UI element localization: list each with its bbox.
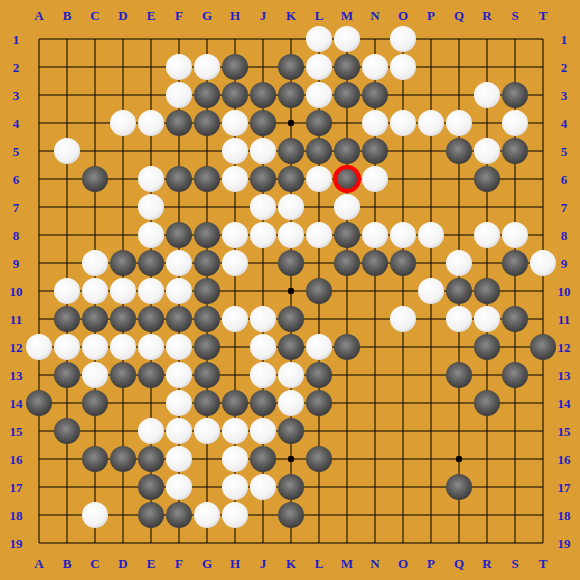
stone-white-F3 bbox=[166, 82, 192, 108]
stone-black-L10 bbox=[306, 278, 332, 304]
column-label-top: D bbox=[118, 8, 127, 23]
stone-white-H11 bbox=[222, 306, 248, 332]
stone-white-O8 bbox=[390, 222, 416, 248]
star-point bbox=[456, 456, 462, 462]
stone-black-G14 bbox=[194, 390, 220, 416]
stone-white-T9 bbox=[530, 250, 556, 276]
column-label-bottom: A bbox=[34, 556, 44, 571]
stone-black-H14 bbox=[222, 390, 248, 416]
stone-black-M5 bbox=[334, 138, 360, 164]
stone-white-K13 bbox=[278, 362, 304, 388]
stone-black-H3 bbox=[222, 82, 248, 108]
stone-black-K17 bbox=[278, 474, 304, 500]
row-label-left: 11 bbox=[10, 312, 22, 327]
go-board[interactable]: AA11BB22CC33DD44EE55FF66GG77HH88JJ99KK10… bbox=[0, 0, 580, 580]
row-label-left: 1 bbox=[13, 32, 20, 47]
go-board-app: AA11BB22CC33DD44EE55FF66GG77HH88JJ99KK10… bbox=[0, 0, 580, 580]
stone-white-O1 bbox=[390, 26, 416, 52]
stone-black-C11 bbox=[82, 306, 108, 332]
stone-white-O4 bbox=[390, 110, 416, 136]
stone-black-K18 bbox=[278, 502, 304, 528]
row-label-right: 11 bbox=[558, 312, 570, 327]
stone-black-B13 bbox=[54, 362, 80, 388]
column-label-bottom: T bbox=[539, 556, 548, 571]
stone-black-F11 bbox=[166, 306, 192, 332]
stone-white-J12 bbox=[250, 334, 276, 360]
stone-black-G3 bbox=[194, 82, 220, 108]
stone-black-S11 bbox=[502, 306, 528, 332]
row-label-left: 13 bbox=[10, 368, 24, 383]
stone-white-F17 bbox=[166, 474, 192, 500]
stone-black-M12 bbox=[334, 334, 360, 360]
stone-black-C6 bbox=[82, 166, 108, 192]
stone-white-C13 bbox=[82, 362, 108, 388]
row-label-right: 6 bbox=[561, 172, 568, 187]
stone-white-L3 bbox=[306, 82, 332, 108]
column-label-top: H bbox=[230, 8, 240, 23]
column-label-bottom: M bbox=[341, 556, 353, 571]
stone-white-L6 bbox=[306, 166, 332, 192]
column-label-top: M bbox=[341, 8, 353, 23]
stone-white-L12 bbox=[306, 334, 332, 360]
column-label-top: E bbox=[147, 8, 156, 23]
stone-white-C12 bbox=[82, 334, 108, 360]
stone-white-P10 bbox=[418, 278, 444, 304]
stone-black-D13 bbox=[110, 362, 136, 388]
stone-white-H4 bbox=[222, 110, 248, 136]
stone-black-E11 bbox=[138, 306, 164, 332]
column-label-top: P bbox=[427, 8, 435, 23]
stone-black-K9 bbox=[278, 250, 304, 276]
stone-white-F14 bbox=[166, 390, 192, 416]
stone-white-Q9 bbox=[446, 250, 472, 276]
star-point bbox=[288, 288, 294, 294]
row-label-right: 7 bbox=[561, 200, 568, 215]
stone-white-E12 bbox=[138, 334, 164, 360]
stone-white-N4 bbox=[362, 110, 388, 136]
stone-black-K12 bbox=[278, 334, 304, 360]
column-label-bottom: J bbox=[260, 556, 267, 571]
stone-white-H6 bbox=[222, 166, 248, 192]
stone-black-S13 bbox=[502, 362, 528, 388]
column-label-top: O bbox=[398, 8, 408, 23]
stone-white-F2 bbox=[166, 54, 192, 80]
stone-white-D12 bbox=[110, 334, 136, 360]
column-label-bottom: R bbox=[482, 556, 492, 571]
column-label-bottom: B bbox=[63, 556, 72, 571]
stone-black-G12 bbox=[194, 334, 220, 360]
row-label-right: 2 bbox=[561, 60, 568, 75]
row-label-right: 19 bbox=[558, 536, 572, 551]
stone-black-F6 bbox=[166, 166, 192, 192]
stone-black-T12 bbox=[530, 334, 556, 360]
stone-white-B12 bbox=[54, 334, 80, 360]
stone-white-E7 bbox=[138, 194, 164, 220]
stone-black-J4 bbox=[250, 110, 276, 136]
row-label-right: 3 bbox=[561, 88, 568, 103]
row-label-left: 15 bbox=[10, 424, 24, 439]
stone-black-G10 bbox=[194, 278, 220, 304]
stone-white-G18 bbox=[194, 502, 220, 528]
row-label-right: 12 bbox=[558, 340, 571, 355]
stone-black-E18 bbox=[138, 502, 164, 528]
stone-black-D16 bbox=[110, 446, 136, 472]
row-label-left: 4 bbox=[13, 116, 20, 131]
column-label-bottom: S bbox=[511, 556, 518, 571]
stone-black-R6 bbox=[474, 166, 500, 192]
stone-white-O2 bbox=[390, 54, 416, 80]
stone-white-S8 bbox=[502, 222, 528, 248]
stone-white-K7 bbox=[278, 194, 304, 220]
stone-black-G11 bbox=[194, 306, 220, 332]
stone-black-F8 bbox=[166, 222, 192, 248]
stone-black-E17 bbox=[138, 474, 164, 500]
column-label-bottom: E bbox=[147, 556, 156, 571]
row-label-left: 3 bbox=[13, 88, 20, 103]
star-point bbox=[288, 456, 294, 462]
stone-black-B15 bbox=[54, 418, 80, 444]
stone-black-N9 bbox=[362, 250, 388, 276]
stone-white-A12 bbox=[26, 334, 52, 360]
stone-black-S5 bbox=[502, 138, 528, 164]
stone-black-G9 bbox=[194, 250, 220, 276]
stone-white-F13 bbox=[166, 362, 192, 388]
row-label-right: 5 bbox=[561, 144, 568, 159]
stone-white-J11 bbox=[250, 306, 276, 332]
column-label-top: J bbox=[260, 8, 267, 23]
stone-black-M2 bbox=[334, 54, 360, 80]
column-label-bottom: H bbox=[230, 556, 240, 571]
stone-black-L5 bbox=[306, 138, 332, 164]
stone-white-H5 bbox=[222, 138, 248, 164]
stone-white-R5 bbox=[474, 138, 500, 164]
stone-black-R12 bbox=[474, 334, 500, 360]
stone-black-M9 bbox=[334, 250, 360, 276]
stone-white-S4 bbox=[502, 110, 528, 136]
stone-white-F12 bbox=[166, 334, 192, 360]
star-point bbox=[288, 120, 294, 126]
row-label-left: 6 bbox=[13, 172, 20, 187]
stone-white-R3 bbox=[474, 82, 500, 108]
stone-black-S9 bbox=[502, 250, 528, 276]
stone-white-F10 bbox=[166, 278, 192, 304]
row-label-right: 4 bbox=[561, 116, 568, 131]
row-label-left: 12 bbox=[10, 340, 23, 355]
stone-white-H9 bbox=[222, 250, 248, 276]
stone-white-J13 bbox=[250, 362, 276, 388]
stone-black-L16 bbox=[306, 446, 332, 472]
stone-white-P4 bbox=[418, 110, 444, 136]
row-label-left: 19 bbox=[10, 536, 24, 551]
column-label-top: L bbox=[315, 8, 324, 23]
stone-black-K15 bbox=[278, 418, 304, 444]
stone-white-J8 bbox=[250, 222, 276, 248]
stone-black-K5 bbox=[278, 138, 304, 164]
row-label-right: 16 bbox=[558, 452, 572, 467]
stone-white-L1 bbox=[306, 26, 332, 52]
stone-black-Q10 bbox=[446, 278, 472, 304]
row-label-left: 7 bbox=[13, 200, 20, 215]
column-label-bottom: L bbox=[315, 556, 324, 571]
stone-white-Q11 bbox=[446, 306, 472, 332]
row-label-left: 2 bbox=[13, 60, 20, 75]
stone-white-G2 bbox=[194, 54, 220, 80]
column-label-bottom: K bbox=[286, 556, 297, 571]
stone-white-H17 bbox=[222, 474, 248, 500]
row-label-right: 15 bbox=[558, 424, 572, 439]
stone-white-H18 bbox=[222, 502, 248, 528]
stone-white-J7 bbox=[250, 194, 276, 220]
stone-white-J5 bbox=[250, 138, 276, 164]
stone-black-K6 bbox=[278, 166, 304, 192]
stone-white-R11 bbox=[474, 306, 500, 332]
column-label-top: B bbox=[63, 8, 72, 23]
stone-white-L8 bbox=[306, 222, 332, 248]
stone-black-M8 bbox=[334, 222, 360, 248]
stone-white-K8 bbox=[278, 222, 304, 248]
stone-black-E13 bbox=[138, 362, 164, 388]
stone-black-E16 bbox=[138, 446, 164, 472]
column-label-bottom: Q bbox=[454, 556, 464, 571]
stone-black-E9 bbox=[138, 250, 164, 276]
row-label-left: 18 bbox=[10, 508, 24, 523]
stone-white-E6 bbox=[138, 166, 164, 192]
column-label-bottom: O bbox=[398, 556, 408, 571]
stone-black-Q17 bbox=[446, 474, 472, 500]
stone-white-R8 bbox=[474, 222, 500, 248]
stone-black-R10 bbox=[474, 278, 500, 304]
stone-white-F16 bbox=[166, 446, 192, 472]
column-label-bottom: P bbox=[427, 556, 435, 571]
stone-black-H2 bbox=[222, 54, 248, 80]
row-label-left: 14 bbox=[10, 396, 24, 411]
stone-black-C16 bbox=[82, 446, 108, 472]
row-label-left: 8 bbox=[13, 228, 20, 243]
column-label-bottom: N bbox=[370, 556, 380, 571]
stone-black-L14 bbox=[306, 390, 332, 416]
row-label-right: 18 bbox=[558, 508, 572, 523]
column-label-top: R bbox=[482, 8, 492, 23]
stone-white-E10 bbox=[138, 278, 164, 304]
stone-black-G6 bbox=[194, 166, 220, 192]
stone-white-B10 bbox=[54, 278, 80, 304]
stone-white-M7 bbox=[334, 194, 360, 220]
column-label-top: K bbox=[286, 8, 297, 23]
stone-black-F18 bbox=[166, 502, 192, 528]
row-label-left: 16 bbox=[10, 452, 24, 467]
stone-black-A14 bbox=[26, 390, 52, 416]
stone-black-N5 bbox=[362, 138, 388, 164]
stone-black-N3 bbox=[362, 82, 388, 108]
stone-black-J16 bbox=[250, 446, 276, 472]
stone-white-J15 bbox=[250, 418, 276, 444]
stone-black-J6 bbox=[250, 166, 276, 192]
stone-white-K14 bbox=[278, 390, 304, 416]
stone-black-J14 bbox=[250, 390, 276, 416]
row-label-right: 13 bbox=[558, 368, 572, 383]
row-label-left: 5 bbox=[13, 144, 20, 159]
column-label-top: A bbox=[34, 8, 44, 23]
row-label-right: 1 bbox=[561, 32, 568, 47]
stone-black-L4 bbox=[306, 110, 332, 136]
row-label-right: 17 bbox=[558, 480, 572, 495]
stone-black-G13 bbox=[194, 362, 220, 388]
stone-white-H16 bbox=[222, 446, 248, 472]
stone-white-C10 bbox=[82, 278, 108, 304]
stone-black-K3 bbox=[278, 82, 304, 108]
stone-black-K11 bbox=[278, 306, 304, 332]
stone-black-G8 bbox=[194, 222, 220, 248]
stone-white-Q4 bbox=[446, 110, 472, 136]
stone-black-J3 bbox=[250, 82, 276, 108]
stone-white-H8 bbox=[222, 222, 248, 248]
stone-white-M1 bbox=[334, 26, 360, 52]
column-label-top: C bbox=[90, 8, 99, 23]
column-label-bottom: C bbox=[90, 556, 99, 571]
stone-white-D10 bbox=[110, 278, 136, 304]
row-label-right: 8 bbox=[561, 228, 568, 243]
stone-white-B5 bbox=[54, 138, 80, 164]
column-label-top: S bbox=[511, 8, 518, 23]
stone-black-D11 bbox=[110, 306, 136, 332]
stone-black-L13 bbox=[306, 362, 332, 388]
stone-white-C9 bbox=[82, 250, 108, 276]
stone-black-O9 bbox=[390, 250, 416, 276]
stone-white-N6 bbox=[362, 166, 388, 192]
stone-white-E4 bbox=[138, 110, 164, 136]
column-label-bottom: D bbox=[118, 556, 127, 571]
stone-black-B11 bbox=[54, 306, 80, 332]
row-label-right: 9 bbox=[561, 256, 568, 271]
stone-black-Q5 bbox=[446, 138, 472, 164]
stone-white-N8 bbox=[362, 222, 388, 248]
stone-black-S3 bbox=[502, 82, 528, 108]
stone-white-J17 bbox=[250, 474, 276, 500]
stone-white-P8 bbox=[418, 222, 444, 248]
column-label-top: T bbox=[539, 8, 548, 23]
stone-white-O11 bbox=[390, 306, 416, 332]
stone-black-D9 bbox=[110, 250, 136, 276]
stone-white-C18 bbox=[82, 502, 108, 528]
column-label-bottom: G bbox=[202, 556, 212, 571]
row-label-right: 10 bbox=[558, 284, 571, 299]
stone-black-G4 bbox=[194, 110, 220, 136]
stone-white-L2 bbox=[306, 54, 332, 80]
column-label-bottom: F bbox=[175, 556, 183, 571]
column-label-top: F bbox=[175, 8, 183, 23]
stone-white-E15 bbox=[138, 418, 164, 444]
stone-black-R14 bbox=[474, 390, 500, 416]
stone-black-K2 bbox=[278, 54, 304, 80]
stone-black-M3 bbox=[334, 82, 360, 108]
stone-white-E8 bbox=[138, 222, 164, 248]
column-label-top: Q bbox=[454, 8, 464, 23]
stone-white-F9 bbox=[166, 250, 192, 276]
stone-white-D4 bbox=[110, 110, 136, 136]
stone-black-Q13 bbox=[446, 362, 472, 388]
stone-black-F4 bbox=[166, 110, 192, 136]
stone-white-H15 bbox=[222, 418, 248, 444]
row-label-right: 14 bbox=[558, 396, 572, 411]
stone-white-G15 bbox=[194, 418, 220, 444]
row-label-left: 10 bbox=[10, 284, 23, 299]
stone-white-F15 bbox=[166, 418, 192, 444]
column-label-top: G bbox=[202, 8, 212, 23]
column-label-top: N bbox=[370, 8, 380, 23]
row-label-left: 17 bbox=[10, 480, 24, 495]
stone-white-N2 bbox=[362, 54, 388, 80]
row-label-left: 9 bbox=[13, 256, 20, 271]
stone-black-C14 bbox=[82, 390, 108, 416]
